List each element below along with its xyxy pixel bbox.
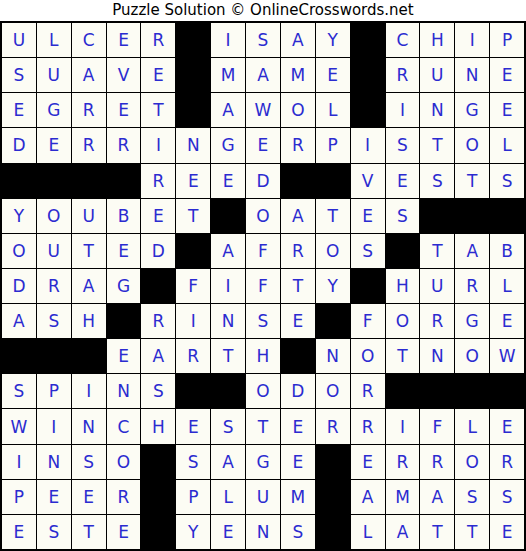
letter-cell-r3c13: N bbox=[420, 93, 454, 127]
letter-cell-r6c8: O bbox=[246, 199, 280, 233]
letter-cell-r14c12: M bbox=[386, 480, 420, 514]
letter-cell-r8c6: F bbox=[176, 269, 210, 303]
letter-cell-r1c12: C bbox=[386, 23, 420, 57]
letter-cell-r9c13: R bbox=[420, 304, 454, 338]
letter-cell-r13c11: E bbox=[351, 445, 385, 479]
letter-cell-r1c10: Y bbox=[316, 23, 350, 57]
letter-cell-r13c6: S bbox=[176, 445, 210, 479]
letter-cell-r15c6: Y bbox=[176, 515, 210, 549]
letter-cell-r1c14: I bbox=[455, 23, 489, 57]
letter-cell-r2c15: E bbox=[490, 58, 524, 92]
letter-cell-r8c1: D bbox=[2, 269, 36, 303]
letter-cell-r12c7: S bbox=[211, 409, 245, 443]
letter-cell-r1c13: H bbox=[420, 23, 454, 57]
letter-cell-r2c8: A bbox=[246, 58, 280, 92]
letter-cell-r14c11: A bbox=[351, 480, 385, 514]
letter-cell-r13c12: R bbox=[386, 445, 420, 479]
letter-cell-r12c2: I bbox=[37, 409, 71, 443]
letter-cell-r11c5: S bbox=[141, 374, 175, 408]
letter-cell-r13c1: I bbox=[2, 445, 36, 479]
letter-cell-r9c8: S bbox=[246, 304, 280, 338]
letter-cell-r2c7: M bbox=[211, 58, 245, 92]
block-cell-r5c1 bbox=[2, 164, 36, 198]
letter-cell-r6c9: A bbox=[281, 199, 315, 233]
letter-cell-r15c4: E bbox=[107, 515, 141, 549]
block-cell-r6c13 bbox=[420, 199, 454, 233]
letter-cell-r3c9: O bbox=[281, 93, 315, 127]
title-bar: Puzzle Solution © OnlineCrosswords.net bbox=[0, 0, 526, 21]
block-cell-r15c5 bbox=[141, 515, 175, 549]
letter-cell-r1c5: R bbox=[141, 23, 175, 57]
letter-cell-r7c2: U bbox=[37, 234, 71, 268]
letter-cell-r3c15: E bbox=[490, 93, 524, 127]
letter-cell-r10c5: A bbox=[141, 339, 175, 373]
block-cell-r14c5 bbox=[141, 480, 175, 514]
letter-cell-r10c13: N bbox=[420, 339, 454, 373]
letter-cell-r4c11: I bbox=[351, 128, 385, 162]
letter-cell-r8c4: G bbox=[107, 269, 141, 303]
letter-cell-r4c8: E bbox=[246, 128, 280, 162]
crossword-grid: ULCERISAYCHIPSUAVEMAMERUNEEGRETAWOLINGED… bbox=[0, 21, 526, 551]
letter-cell-r14c4: R bbox=[107, 480, 141, 514]
letter-cell-r11c10: O bbox=[316, 374, 350, 408]
letter-cell-r1c9: A bbox=[281, 23, 315, 57]
letter-cell-r3c3: R bbox=[72, 93, 106, 127]
letter-cell-r13c8: G bbox=[246, 445, 280, 479]
letter-cell-r8c2: R bbox=[37, 269, 71, 303]
block-cell-r10c3 bbox=[72, 339, 106, 373]
letter-cell-r8c7: I bbox=[211, 269, 245, 303]
letter-cell-r9c2: S bbox=[37, 304, 71, 338]
letter-cell-r3c10: L bbox=[316, 93, 350, 127]
letter-cell-r12c10: R bbox=[316, 409, 350, 443]
letter-cell-r2c10: E bbox=[316, 58, 350, 92]
letter-cell-r5c5: R bbox=[141, 164, 175, 198]
letter-cell-r10c4: E bbox=[107, 339, 141, 373]
letter-cell-r8c3: A bbox=[72, 269, 106, 303]
letter-cell-r15c2: S bbox=[37, 515, 71, 549]
letter-cell-r15c8: N bbox=[246, 515, 280, 549]
block-cell-r15c10 bbox=[316, 515, 350, 549]
letter-cell-r2c14: N bbox=[455, 58, 489, 92]
letter-cell-r8c10: Y bbox=[316, 269, 350, 303]
block-cell-r11c7 bbox=[211, 374, 245, 408]
letter-cell-r7c14: A bbox=[455, 234, 489, 268]
letter-cell-r5c8: D bbox=[246, 164, 280, 198]
block-cell-r2c6 bbox=[176, 58, 210, 92]
letter-cell-r13c13: R bbox=[420, 445, 454, 479]
block-cell-r5c2 bbox=[37, 164, 71, 198]
letter-cell-r12c11: R bbox=[351, 409, 385, 443]
letter-cell-r6c3: U bbox=[72, 199, 106, 233]
letter-cell-r15c7: E bbox=[211, 515, 245, 549]
letter-cell-r14c1: P bbox=[2, 480, 36, 514]
letter-cell-r6c6: T bbox=[176, 199, 210, 233]
letter-cell-r11c1: S bbox=[2, 374, 36, 408]
letter-cell-r6c5: E bbox=[141, 199, 175, 233]
letter-cell-r6c12: S bbox=[386, 199, 420, 233]
puzzle-solution-page: Puzzle Solution © OnlineCrosswords.net U… bbox=[0, 0, 526, 551]
letter-cell-r10c7: T bbox=[211, 339, 245, 373]
letter-cell-r7c9: R bbox=[281, 234, 315, 268]
letter-cell-r2c3: A bbox=[72, 58, 106, 92]
letter-cell-r4c7: G bbox=[211, 128, 245, 162]
letter-cell-r7c3: T bbox=[72, 234, 106, 268]
block-cell-r11c15 bbox=[490, 374, 524, 408]
letter-cell-r1c2: L bbox=[37, 23, 71, 57]
letter-cell-r15c12: A bbox=[386, 515, 420, 549]
letter-cell-r4c5: I bbox=[141, 128, 175, 162]
letter-cell-r11c4: N bbox=[107, 374, 141, 408]
letter-cell-r15c13: T bbox=[420, 515, 454, 549]
letter-cell-r4c9: R bbox=[281, 128, 315, 162]
letter-cell-r6c2: O bbox=[37, 199, 71, 233]
letter-cell-r14c7: L bbox=[211, 480, 245, 514]
letter-cell-r13c9: E bbox=[281, 445, 315, 479]
letter-cell-r1c1: U bbox=[2, 23, 36, 57]
page-title: Puzzle Solution © OnlineCrosswords.net bbox=[112, 0, 413, 21]
letter-cell-r9c5: R bbox=[141, 304, 175, 338]
letter-cell-r9c9: E bbox=[281, 304, 315, 338]
letter-cell-r14c9: M bbox=[281, 480, 315, 514]
letter-cell-r5c15: S bbox=[490, 164, 524, 198]
letter-cell-r9c12: O bbox=[386, 304, 420, 338]
block-cell-r11c14 bbox=[455, 374, 489, 408]
letter-cell-r14c15: S bbox=[490, 480, 524, 514]
letter-cell-r12c6: E bbox=[176, 409, 210, 443]
block-cell-r3c11 bbox=[351, 93, 385, 127]
letter-cell-r9c11: F bbox=[351, 304, 385, 338]
letter-cell-r7c8: F bbox=[246, 234, 280, 268]
letter-cell-r12c12: I bbox=[386, 409, 420, 443]
letter-cell-r7c5: D bbox=[141, 234, 175, 268]
block-cell-r11c6 bbox=[176, 374, 210, 408]
letter-cell-r9c1: A bbox=[2, 304, 36, 338]
letter-cell-r1c3: C bbox=[72, 23, 106, 57]
letter-cell-r12c1: W bbox=[2, 409, 36, 443]
letter-cell-r12c8: T bbox=[246, 409, 280, 443]
letter-cell-r2c5: E bbox=[141, 58, 175, 92]
letter-cell-r15c15: E bbox=[490, 515, 524, 549]
letter-cell-r9c7: N bbox=[211, 304, 245, 338]
letter-cell-r13c3: S bbox=[72, 445, 106, 479]
letter-cell-r4c4: R bbox=[107, 128, 141, 162]
letter-cell-r2c13: U bbox=[420, 58, 454, 92]
letter-cell-r15c14: T bbox=[455, 515, 489, 549]
letter-cell-r1c4: E bbox=[107, 23, 141, 57]
letter-cell-r4c1: D bbox=[2, 128, 36, 162]
letter-cell-r13c4: O bbox=[107, 445, 141, 479]
letter-cell-r3c2: G bbox=[37, 93, 71, 127]
letter-cell-r6c1: Y bbox=[2, 199, 36, 233]
letter-cell-r12c14: L bbox=[455, 409, 489, 443]
block-cell-r6c15 bbox=[490, 199, 524, 233]
letter-cell-r7c10: O bbox=[316, 234, 350, 268]
block-cell-r7c12 bbox=[386, 234, 420, 268]
letter-cell-r12c13: F bbox=[420, 409, 454, 443]
letter-cell-r10c11: O bbox=[351, 339, 385, 373]
letter-cell-r3c5: T bbox=[141, 93, 175, 127]
block-cell-r13c5 bbox=[141, 445, 175, 479]
block-cell-r1c6 bbox=[176, 23, 210, 57]
letter-cell-r4c15: L bbox=[490, 128, 524, 162]
block-cell-r6c7 bbox=[211, 199, 245, 233]
letter-cell-r3c14: G bbox=[455, 93, 489, 127]
block-cell-r11c12 bbox=[386, 374, 420, 408]
block-cell-r10c9 bbox=[281, 339, 315, 373]
letter-cell-r2c4: V bbox=[107, 58, 141, 92]
block-cell-r10c2 bbox=[37, 339, 71, 373]
letter-cell-r5c7: E bbox=[211, 164, 245, 198]
letter-cell-r3c1: E bbox=[2, 93, 36, 127]
letter-cell-r10c15: W bbox=[490, 339, 524, 373]
block-cell-r13c10 bbox=[316, 445, 350, 479]
block-cell-r14c10 bbox=[316, 480, 350, 514]
letter-cell-r8c9: T bbox=[281, 269, 315, 303]
letter-cell-r1c7: I bbox=[211, 23, 245, 57]
letter-cell-r9c3: H bbox=[72, 304, 106, 338]
letter-cell-r13c7: A bbox=[211, 445, 245, 479]
letter-cell-r15c11: L bbox=[351, 515, 385, 549]
block-cell-r9c4 bbox=[107, 304, 141, 338]
letter-cell-r6c10: T bbox=[316, 199, 350, 233]
letter-cell-r7c11: S bbox=[351, 234, 385, 268]
letter-cell-r3c7: A bbox=[211, 93, 245, 127]
letter-cell-r12c3: N bbox=[72, 409, 106, 443]
letter-cell-r12c4: C bbox=[107, 409, 141, 443]
letter-cell-r4c12: S bbox=[386, 128, 420, 162]
letter-cell-r13c2: N bbox=[37, 445, 71, 479]
block-cell-r5c9 bbox=[281, 164, 315, 198]
block-cell-r7c6 bbox=[176, 234, 210, 268]
letter-cell-r8c8: F bbox=[246, 269, 280, 303]
letter-cell-r7c7: A bbox=[211, 234, 245, 268]
letter-cell-r2c12: R bbox=[386, 58, 420, 92]
letter-cell-r4c14: O bbox=[455, 128, 489, 162]
letter-cell-r14c3: E bbox=[72, 480, 106, 514]
letter-cell-r8c12: H bbox=[386, 269, 420, 303]
letter-cell-r11c2: P bbox=[37, 374, 71, 408]
letter-cell-r1c8: S bbox=[246, 23, 280, 57]
block-cell-r6c14 bbox=[455, 199, 489, 233]
letter-cell-r15c9: S bbox=[281, 515, 315, 549]
block-cell-r5c4 bbox=[107, 164, 141, 198]
letter-cell-r7c15: B bbox=[490, 234, 524, 268]
letter-cell-r11c8: O bbox=[246, 374, 280, 408]
block-cell-r5c10 bbox=[316, 164, 350, 198]
letter-cell-r10c14: O bbox=[455, 339, 489, 373]
letter-cell-r14c6: P bbox=[176, 480, 210, 514]
block-cell-r9c10 bbox=[316, 304, 350, 338]
letter-cell-r1c15: P bbox=[490, 23, 524, 57]
letter-cell-r7c13: T bbox=[420, 234, 454, 268]
letter-cell-r4c10: P bbox=[316, 128, 350, 162]
letter-cell-r3c8: W bbox=[246, 93, 280, 127]
block-cell-r8c11 bbox=[351, 269, 385, 303]
letter-cell-r11c3: I bbox=[72, 374, 106, 408]
block-cell-r11c13 bbox=[420, 374, 454, 408]
letter-cell-r12c5: H bbox=[141, 409, 175, 443]
letter-cell-r13c15: R bbox=[490, 445, 524, 479]
letter-cell-r14c2: E bbox=[37, 480, 71, 514]
letter-cell-r11c11: R bbox=[351, 374, 385, 408]
letter-cell-r12c15: E bbox=[490, 409, 524, 443]
block-cell-r1c11 bbox=[351, 23, 385, 57]
letter-cell-r3c4: E bbox=[107, 93, 141, 127]
letter-cell-r10c12: T bbox=[386, 339, 420, 373]
block-cell-r2c11 bbox=[351, 58, 385, 92]
letter-cell-r12c9: E bbox=[281, 409, 315, 443]
letter-cell-r4c13: T bbox=[420, 128, 454, 162]
letter-cell-r10c8: H bbox=[246, 339, 280, 373]
letter-cell-r15c3: T bbox=[72, 515, 106, 549]
letter-cell-r9c15: E bbox=[490, 304, 524, 338]
letter-cell-r6c11: E bbox=[351, 199, 385, 233]
letter-cell-r10c6: R bbox=[176, 339, 210, 373]
letter-cell-r5c14: T bbox=[455, 164, 489, 198]
letter-cell-r2c1: S bbox=[2, 58, 36, 92]
letter-cell-r5c6: E bbox=[176, 164, 210, 198]
letter-cell-r8c13: U bbox=[420, 269, 454, 303]
letter-cell-r11c9: D bbox=[281, 374, 315, 408]
letter-cell-r5c13: S bbox=[420, 164, 454, 198]
letter-cell-r13c14: O bbox=[455, 445, 489, 479]
letter-cell-r2c9: M bbox=[281, 58, 315, 92]
letter-cell-r15c1: E bbox=[2, 515, 36, 549]
letter-cell-r4c3: R bbox=[72, 128, 106, 162]
letter-cell-r5c12: E bbox=[386, 164, 420, 198]
letter-cell-r10c10: N bbox=[316, 339, 350, 373]
letter-cell-r5c11: V bbox=[351, 164, 385, 198]
letter-cell-r14c14: S bbox=[455, 480, 489, 514]
letter-cell-r14c13: A bbox=[420, 480, 454, 514]
block-cell-r5c3 bbox=[72, 164, 106, 198]
letter-cell-r8c15: L bbox=[490, 269, 524, 303]
letter-cell-r2c2: U bbox=[37, 58, 71, 92]
block-cell-r3c6 bbox=[176, 93, 210, 127]
block-cell-r8c5 bbox=[141, 269, 175, 303]
letter-cell-r4c6: N bbox=[176, 128, 210, 162]
letter-cell-r3c12: I bbox=[386, 93, 420, 127]
letter-cell-r4c2: E bbox=[37, 128, 71, 162]
letter-cell-r9c14: G bbox=[455, 304, 489, 338]
letter-cell-r8c14: R bbox=[455, 269, 489, 303]
block-cell-r10c1 bbox=[2, 339, 36, 373]
letter-cell-r9c6: I bbox=[176, 304, 210, 338]
letter-cell-r7c1: O bbox=[2, 234, 36, 268]
letter-cell-r14c8: U bbox=[246, 480, 280, 514]
letter-cell-r7c4: E bbox=[107, 234, 141, 268]
letter-cell-r6c4: B bbox=[107, 199, 141, 233]
